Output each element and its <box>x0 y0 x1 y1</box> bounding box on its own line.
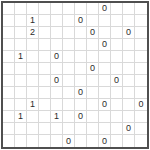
grid-cell[interactable] <box>87 15 99 27</box>
grid-cell[interactable] <box>111 15 123 27</box>
grid-cell-clue[interactable]: 0 <box>75 87 87 99</box>
grid-cell[interactable] <box>39 51 51 63</box>
grid-cell[interactable] <box>15 135 27 147</box>
grid-cell[interactable] <box>63 99 75 111</box>
grid-cell[interactable] <box>111 63 123 75</box>
grid-cell[interactable] <box>123 75 135 87</box>
grid-cell[interactable] <box>111 111 123 123</box>
grid-cell[interactable] <box>63 39 75 51</box>
grid-cell-clue[interactable]: 1 <box>15 111 27 123</box>
grid-cell[interactable] <box>63 3 75 15</box>
grid-cell[interactable] <box>15 39 27 51</box>
grid-cell[interactable] <box>111 99 123 111</box>
grid-cell[interactable] <box>123 51 135 63</box>
grid-cell[interactable] <box>63 111 75 123</box>
grid-cell[interactable] <box>135 51 147 63</box>
grid-cell[interactable] <box>111 123 123 135</box>
grid-cell[interactable] <box>135 63 147 75</box>
grid-cell[interactable] <box>111 3 123 15</box>
grid-cell[interactable] <box>87 87 99 99</box>
grid-cell[interactable] <box>15 63 27 75</box>
grid-cell[interactable] <box>27 123 39 135</box>
grid-cell-clue[interactable]: 0 <box>123 123 135 135</box>
grid-cell[interactable] <box>3 123 15 135</box>
grid-cell-clue[interactable]: 0 <box>87 63 99 75</box>
grid-cell-clue[interactable]: 0 <box>75 15 87 27</box>
grid-cell[interactable] <box>51 87 63 99</box>
grid-cell[interactable] <box>27 87 39 99</box>
grid-cell-clue[interactable]: 0 <box>51 51 63 63</box>
grid-cell[interactable] <box>123 3 135 15</box>
grid-cell[interactable] <box>111 135 123 147</box>
grid-cell[interactable] <box>123 99 135 111</box>
grid-cell[interactable] <box>39 39 51 51</box>
grid-cell[interactable] <box>135 87 147 99</box>
grid-cell[interactable] <box>75 123 87 135</box>
grid-cell[interactable] <box>27 39 39 51</box>
grid-cell[interactable] <box>123 135 135 147</box>
grid-cell[interactable] <box>15 27 27 39</box>
grid-cell[interactable] <box>27 111 39 123</box>
grid-cell[interactable] <box>135 75 147 87</box>
grid-cell[interactable] <box>3 99 15 111</box>
grid-cell[interactable] <box>135 111 147 123</box>
grid-cell[interactable] <box>15 75 27 87</box>
grid-cell[interactable] <box>39 123 51 135</box>
grid-cell[interactable] <box>3 3 15 15</box>
grid-cell[interactable] <box>99 51 111 63</box>
grid-cell[interactable] <box>99 75 111 87</box>
grid-cell[interactable] <box>99 15 111 27</box>
grid-cell-clue[interactable]: 0 <box>51 75 63 87</box>
grid-cell-clue[interactable]: 0 <box>99 39 111 51</box>
grid-cell[interactable] <box>87 3 99 15</box>
grid-cell[interactable] <box>99 111 111 123</box>
grid-cell[interactable] <box>27 63 39 75</box>
grid-cell[interactable] <box>15 87 27 99</box>
grid-cell-clue[interactable]: 0 <box>135 99 147 111</box>
grid-cell[interactable] <box>87 51 99 63</box>
grid-cell[interactable] <box>39 3 51 15</box>
grid-cell[interactable] <box>15 15 27 27</box>
grid-cell[interactable] <box>75 63 87 75</box>
grid-cell[interactable] <box>99 123 111 135</box>
grid-cell[interactable] <box>111 39 123 51</box>
grid-cell[interactable] <box>75 51 87 63</box>
grid-cell[interactable] <box>75 27 87 39</box>
grid-cell[interactable] <box>123 15 135 27</box>
grid-cell[interactable] <box>39 135 51 147</box>
grid-cell[interactable] <box>27 51 39 63</box>
grid-cell[interactable] <box>63 15 75 27</box>
grid-cell[interactable] <box>75 75 87 87</box>
grid-cell[interactable] <box>3 51 15 63</box>
grid-cell[interactable] <box>51 135 63 147</box>
grid-cell[interactable] <box>63 87 75 99</box>
grid-cell-clue[interactable]: 0 <box>63 135 75 147</box>
grid-cell[interactable] <box>63 51 75 63</box>
grid-cell[interactable] <box>51 123 63 135</box>
grid-cell[interactable] <box>27 75 39 87</box>
grid-cell[interactable] <box>135 15 147 27</box>
grid-cell[interactable] <box>75 99 87 111</box>
grid-cell-clue[interactable]: 0 <box>111 75 123 87</box>
grid-cell[interactable] <box>39 75 51 87</box>
grid-cell-clue[interactable]: 0 <box>87 27 99 39</box>
puzzle-grid: 0102000100000100110000 <box>1 1 149 149</box>
grid-cell[interactable] <box>3 75 15 87</box>
grid-cell-clue[interactable]: 1 <box>15 51 27 63</box>
grid-cell[interactable] <box>135 39 147 51</box>
grid-cell[interactable] <box>135 135 147 147</box>
grid-cell[interactable] <box>51 39 63 51</box>
grid-cell[interactable] <box>99 27 111 39</box>
grid-cell[interactable] <box>3 15 15 27</box>
grid-cell[interactable] <box>63 123 75 135</box>
grid-cell[interactable] <box>87 123 99 135</box>
grid-cell-clue[interactable]: 1 <box>51 111 63 123</box>
grid-cell[interactable] <box>3 39 15 51</box>
grid-cell[interactable] <box>87 135 99 147</box>
grid-cell[interactable] <box>87 99 99 111</box>
grid-cell[interactable] <box>3 27 15 39</box>
grid-cell[interactable] <box>63 27 75 39</box>
grid-cell[interactable] <box>99 87 111 99</box>
grid-cell[interactable] <box>39 63 51 75</box>
grid-cell[interactable] <box>27 3 39 15</box>
grid-cell[interactable] <box>39 111 51 123</box>
grid-cell-clue[interactable]: 0 <box>123 27 135 39</box>
grid-cell[interactable] <box>75 3 87 15</box>
grid-cell[interactable] <box>39 27 51 39</box>
grid-cell[interactable] <box>135 27 147 39</box>
grid-cell[interactable] <box>39 87 51 99</box>
grid-cell[interactable] <box>3 63 15 75</box>
grid-cell[interactable] <box>39 99 51 111</box>
grid-cell-clue[interactable]: 2 <box>27 27 39 39</box>
grid-cell[interactable] <box>87 111 99 123</box>
grid-cell-clue[interactable]: 1 <box>27 15 39 27</box>
grid-cell[interactable] <box>15 99 27 111</box>
grid-cell[interactable] <box>51 27 63 39</box>
grid-cell[interactable] <box>15 123 27 135</box>
grid-cell[interactable] <box>111 27 123 39</box>
grid-cell[interactable] <box>75 39 87 51</box>
grid-cell[interactable] <box>27 135 39 147</box>
grid-cell[interactable] <box>3 135 15 147</box>
grid-cell[interactable] <box>15 3 27 15</box>
grid-cell[interactable] <box>111 51 123 63</box>
grid-cell-clue[interactable]: 0 <box>75 111 87 123</box>
grid-cell[interactable] <box>39 15 51 27</box>
grid-cell[interactable] <box>51 99 63 111</box>
grid-cell[interactable] <box>3 87 15 99</box>
grid-cell[interactable] <box>123 87 135 99</box>
grid-cell[interactable] <box>123 111 135 123</box>
grid-cell[interactable] <box>63 75 75 87</box>
grid-cell-clue[interactable]: 0 <box>99 3 111 15</box>
grid-cell[interactable] <box>135 3 147 15</box>
grid-cell-clue[interactable]: 0 <box>99 99 111 111</box>
grid-cell[interactable] <box>123 39 135 51</box>
grid-cell[interactable] <box>63 63 75 75</box>
grid-cell-clue[interactable]: 0 <box>99 135 111 147</box>
grid-cell[interactable] <box>123 63 135 75</box>
grid-cell[interactable] <box>87 75 99 87</box>
grid-cell[interactable] <box>51 63 63 75</box>
grid-cell[interactable] <box>111 87 123 99</box>
grid-cell-clue[interactable]: 1 <box>27 99 39 111</box>
grid-cell[interactable] <box>99 63 111 75</box>
grid-cell[interactable] <box>87 39 99 51</box>
grid-cell[interactable] <box>3 111 15 123</box>
grid-cell[interactable] <box>51 15 63 27</box>
grid-cell[interactable] <box>51 3 63 15</box>
grid-cell[interactable] <box>135 123 147 135</box>
grid-cell[interactable] <box>75 135 87 147</box>
